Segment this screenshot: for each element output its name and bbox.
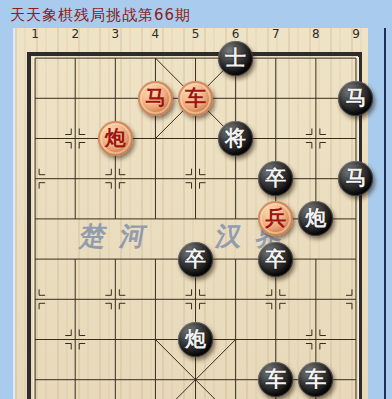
piece-black-soldier-1[interactable]: 卒 — [258, 161, 293, 196]
piece-red-horse-1[interactable]: 马 — [138, 81, 173, 116]
piece-red-soldier[interactable]: 兵 — [258, 201, 293, 236]
xiangqi-app-window: 天天象棋残局挑战第66期 123456789 楚河 汉界 士马车马炮将卒马兵炮卒… — [0, 0, 392, 399]
piece-black-advisor[interactable]: 士 — [218, 41, 253, 76]
piece-black-chariot-1[interactable]: 车 — [258, 362, 293, 397]
piece-black-cannon-2[interactable]: 炮 — [178, 322, 213, 357]
pieces-layer[interactable]: 士马车马炮将卒马兵炮卒卒炮车车 — [15, 38, 376, 399]
piece-red-chariot[interactable]: 车 — [178, 81, 213, 116]
piece-black-soldier-3[interactable]: 卒 — [258, 242, 293, 277]
piece-black-horse-2[interactable]: 马 — [338, 161, 373, 196]
piece-red-cannon[interactable]: 炮 — [98, 121, 133, 156]
piece-black-chariot-2[interactable]: 车 — [298, 362, 333, 397]
piece-black-cannon-1[interactable]: 炮 — [298, 201, 333, 236]
piece-black-general[interactable]: 将 — [218, 121, 253, 156]
piece-black-soldier-2[interactable]: 卒 — [178, 242, 213, 277]
piece-black-horse-1[interactable]: 马 — [338, 81, 373, 116]
